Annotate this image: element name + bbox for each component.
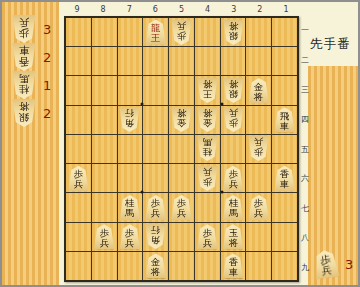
cell-7三[interactable] [118,76,143,104]
cell-9九[interactable] [66,252,91,280]
shogi-piece-gote[interactable]: 金将 [197,107,218,132]
file-label-1: 1 [273,4,299,15]
shogi-piece-sente[interactable]: 香車 [223,253,244,278]
star-point [141,103,144,106]
file-label-4: 4 [195,4,221,15]
cell-1六[interactable]: 香車 [272,164,297,192]
shogi-piece-gote[interactable]: 銀将 [223,78,244,103]
cell-1三[interactable] [272,76,297,104]
cell-9三[interactable] [66,76,91,104]
shogi-piece-sente[interactable]: 歩兵 [197,224,218,249]
cell-3七[interactable]: 桂馬 [221,193,246,221]
cell-4一[interactable] [195,18,220,46]
cell-5七[interactable]: 歩兵 [169,193,194,221]
cell-1九[interactable] [272,252,297,280]
star-point [141,191,144,194]
shogi-piece-sente[interactable]: 龍王 [145,20,166,45]
rank-labels: 一二三四五六七八九 [300,16,310,282]
cell-8二[interactable] [92,47,117,75]
cell-2八[interactable] [246,223,271,251]
gote-hand-entry[interactable]: 香車2 [12,43,51,71]
shogi-piece-gote[interactable]: 歩兵 [248,136,269,161]
shogi-piece-sente[interactable]: 香車 [274,166,295,191]
shogi-piece-gote[interactable]: 銀将 [223,20,244,45]
rank-label: 六 [300,164,310,194]
cell-8一[interactable] [92,18,117,46]
shogi-piece-gote[interactable]: 金将 [171,107,192,132]
cell-5五[interactable] [169,135,194,163]
cell-8三[interactable] [92,76,117,104]
cell-5六[interactable] [169,164,194,192]
cell-5一[interactable]: 歩兵 [169,18,194,46]
cell-4五[interactable]: 桂馬 [195,135,220,163]
cell-8六[interactable] [92,164,117,192]
shogi-piece-gote[interactable]: 歩兵 [197,166,218,191]
file-label-5: 5 [168,4,194,15]
cell-2二[interactable] [246,47,271,75]
cell-5四[interactable]: 金将 [169,106,194,134]
cell-2三[interactable]: 金将 [246,76,271,104]
shogi-piece-sente[interactable]: 桂馬 [119,195,140,220]
cell-4六[interactable]: 歩兵 [195,164,220,192]
cell-6八[interactable]: 角行 [143,223,168,251]
gote-hand-entry[interactable]: 銀将2 [12,99,51,127]
gote-hand-count: 3 [43,22,51,37]
cell-1五[interactable] [272,135,297,163]
shogi-piece-sente[interactable]: 金将 [145,253,166,278]
cell-4二[interactable] [195,47,220,75]
cell-5二[interactable] [169,47,194,75]
shogi-piece-gote[interactable]: 歩兵 [171,20,192,45]
shogi-app: 987654321 一二三四五六七八九 龍王歩兵銀将王将銀将金将角行金将金将歩兵… [0,0,360,287]
shogi-piece-sente[interactable]: 玉将 [223,224,244,249]
cell-2四[interactable] [246,106,271,134]
shogi-piece-gote[interactable]: 歩兵 [223,107,244,132]
cell-9八[interactable] [66,223,91,251]
cell-3六[interactable]: 歩兵 [221,164,246,192]
rank-label: 二 [300,46,310,76]
cell-8七[interactable] [92,193,117,221]
shogi-piece-sente[interactable]: 歩兵 [145,195,166,220]
cell-9一[interactable] [66,18,91,46]
cell-7七[interactable]: 桂馬 [118,193,143,221]
shogi-piece-gote[interactable]: 桂馬 [197,136,218,161]
shogi-piece-sente[interactable]: 金将 [248,78,269,103]
cell-4四[interactable]: 金将 [195,106,220,134]
shogi-piece-sente[interactable]: 歩兵 [223,166,244,191]
cell-6二[interactable] [143,47,168,75]
shogi-piece-sente[interactable]: 歩兵 [171,195,192,220]
file-label-6: 6 [142,4,168,15]
cell-7九[interactable] [118,252,143,280]
cell-9四[interactable] [66,106,91,134]
cell-3五[interactable] [221,135,246,163]
cell-9二[interactable] [66,47,91,75]
shogi-piece-gote[interactable]: 桂馬 [12,71,36,99]
shogi-piece-gote[interactable]: 香車 [12,43,36,71]
cell-7六[interactable] [118,164,143,192]
sente-hand-pieces: 歩兵3 [314,250,353,278]
shogi-piece-sente[interactable]: 飛車 [274,107,295,132]
rank-label: 七 [300,193,310,223]
shogi-piece-gote[interactable]: 王将 [197,78,218,103]
file-label-2: 2 [247,4,273,15]
cell-1七[interactable] [272,193,297,221]
cell-4三[interactable]: 王将 [195,76,220,104]
star-point [221,191,224,194]
shogi-piece-sente[interactable]: 歩兵 [94,224,115,249]
cell-5八[interactable] [169,223,194,251]
gote-hand-entry[interactable]: 歩兵3 [12,15,51,43]
cell-2六[interactable] [246,164,271,192]
cell-8九[interactable] [92,252,117,280]
cell-2七[interactable]: 歩兵 [246,193,271,221]
cell-9六[interactable]: 歩兵 [66,164,91,192]
file-label-3: 3 [221,4,247,15]
cell-3八[interactable]: 玉将 [221,223,246,251]
rank-label: 九 [300,253,310,283]
cell-4九[interactable] [195,252,220,280]
cell-3一[interactable]: 銀将 [221,18,246,46]
cell-4八[interactable]: 歩兵 [195,223,220,251]
star-point [221,103,224,106]
file-label-9: 9 [64,4,90,15]
cell-8五[interactable] [92,135,117,163]
shogi-piece-sente[interactable]: 歩兵 [312,248,340,279]
cell-9七[interactable] [66,193,91,221]
cell-7二[interactable] [118,47,143,75]
turn-indicator: 先手番 [310,36,351,53]
shogi-piece-sente[interactable]: 歩兵 [119,224,140,249]
gote-hand-count: 2 [43,106,51,121]
cell-3二[interactable] [221,47,246,75]
rank-label: 三 [300,75,310,105]
rank-label: 八 [300,223,310,253]
gote-hand-count: 1 [43,78,51,93]
shogi-piece-sente[interactable]: 歩兵 [68,166,89,191]
rank-label: 五 [300,134,310,164]
rank-label: 一 [300,16,310,46]
shogi-piece-gote[interactable]: 歩兵 [12,15,36,43]
cell-7四[interactable]: 角行 [118,106,143,134]
cell-5九[interactable] [169,252,194,280]
cell-3九[interactable]: 香車 [221,252,246,280]
cell-9五[interactable] [66,135,91,163]
file-labels: 987654321 [64,4,299,15]
shogi-piece-sente[interactable]: 歩兵 [248,195,269,220]
cell-6五[interactable] [143,135,168,163]
cell-6六[interactable] [143,164,168,192]
cell-5三[interactable] [169,76,194,104]
cell-3三[interactable]: 銀将 [221,76,246,104]
cell-6一[interactable]: 龍王 [143,18,168,46]
gote-hand-count: 2 [43,50,51,65]
cell-6三[interactable] [143,76,168,104]
cell-1一[interactable] [272,18,297,46]
cell-2一[interactable] [246,18,271,46]
cell-8四[interactable] [92,106,117,134]
cell-6九[interactable]: 金将 [143,252,168,280]
file-label-7: 7 [116,4,142,15]
shogi-piece-sente[interactable]: 桂馬 [223,195,244,220]
cell-6七[interactable]: 歩兵 [143,193,168,221]
cell-7八[interactable]: 歩兵 [118,223,143,251]
cell-1二[interactable] [272,47,297,75]
cell-8八[interactable]: 歩兵 [92,223,117,251]
rank-label: 四 [300,105,310,135]
cell-7五[interactable] [118,135,143,163]
cell-3四[interactable]: 歩兵 [221,106,246,134]
cell-6四[interactable] [143,106,168,134]
shogi-piece-gote[interactable]: 銀将 [12,99,36,127]
shogi-piece-gote[interactable]: 角行 [145,224,166,249]
file-label-8: 8 [90,4,116,15]
shogi-board: 龍王歩兵銀将王将銀将金将角行金将金将歩兵飛車桂馬歩兵歩兵歩兵歩兵香車桂馬歩兵歩兵… [64,16,299,282]
cell-2五[interactable]: 歩兵 [246,135,271,163]
shogi-piece-gote[interactable]: 角行 [119,107,140,132]
sente-hand-count: 3 [345,257,353,272]
cell-1八[interactable] [272,223,297,251]
cell-4七[interactable] [195,193,220,221]
cell-1四[interactable]: 飛車 [272,106,297,134]
cell-2九[interactable] [246,252,271,280]
gote-hand-entry[interactable]: 桂馬1 [12,71,51,99]
cell-7一[interactable] [118,18,143,46]
